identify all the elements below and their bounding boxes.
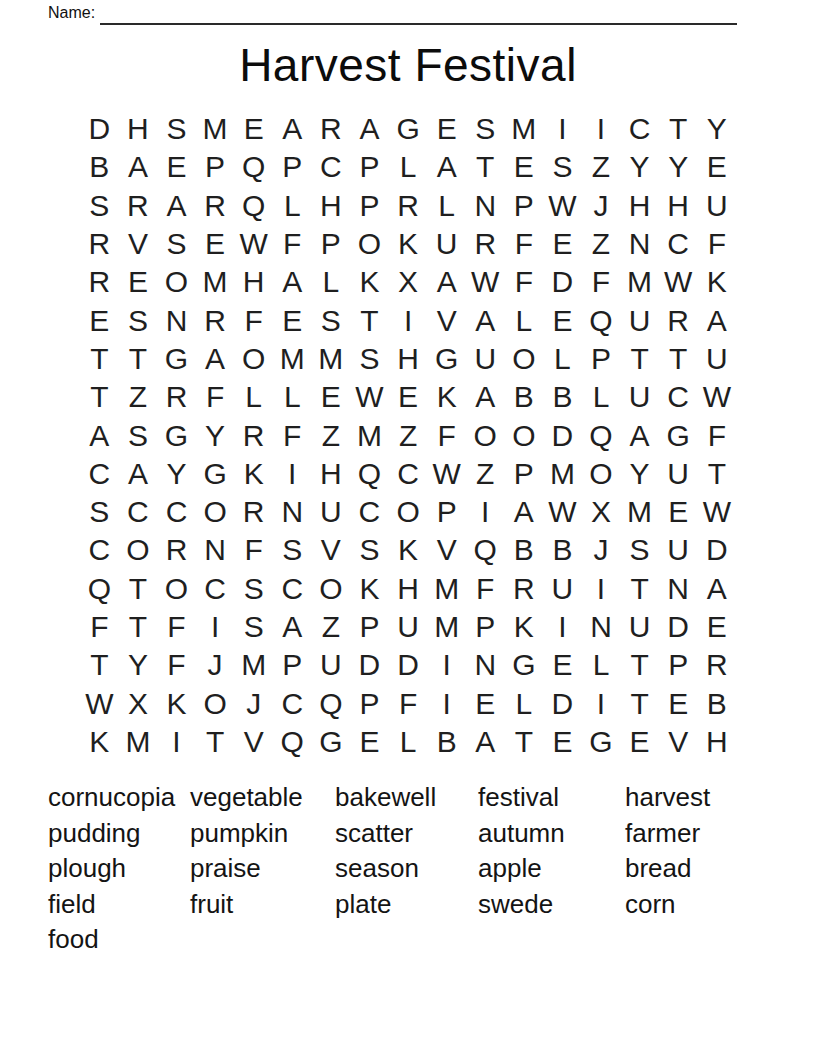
grid-cell-r14c2: T [119,608,158,646]
grid-cell-r7c16: T [659,340,698,378]
grid-cell-r9c9: Z [389,416,428,454]
grid-cell-r13c17: A [698,570,737,608]
grid-cell-r10c14: O [582,455,621,493]
grid-cell-r12c4: N [196,531,235,569]
grid-cell-r10c5: K [234,455,273,493]
grid-cell-r10c8: Q [350,455,389,493]
grid-cell-r2c5: Q [234,148,273,186]
grid-cell-r16c17: B [698,684,737,722]
grid-cell-r16c3: K [157,684,196,722]
grid-cell-r1c1: D [80,110,119,148]
grid-cell-r7c10: G [427,340,466,378]
grid-cell-r6c10: V [427,301,466,339]
word-list-item-festival: festival [478,780,565,816]
grid-cell-r12c14: J [582,531,621,569]
grid-cell-r14c5: S [234,608,273,646]
name-row: Name: [48,4,738,26]
grid-cell-r4c17: F [698,225,737,263]
grid-cell-r4c5: W [234,225,273,263]
grid-cell-r3c12: P [505,187,544,225]
word-list-column-4: festivalautumnappleswede [478,780,565,922]
grid-cell-r2c16: Y [659,148,698,186]
grid-cell-r4c9: K [389,225,428,263]
grid-cell-r11c17: W [698,493,737,531]
grid-cell-r1c5: E [234,110,273,148]
grid-cell-r5c17: K [698,263,737,301]
grid-cell-r14c4: I [196,608,235,646]
grid-cell-r7c13: L [543,340,582,378]
grid-cell-r6c9: I [389,301,428,339]
grid-cell-r16c16: E [659,684,698,722]
grid-cell-r12c13: B [543,531,582,569]
grid-cell-r17c5: V [234,723,273,761]
grid-cell-r6c5: F [234,301,273,339]
grid-cell-r17c7: G [312,723,351,761]
grid-cell-r12c2: O [119,531,158,569]
grid-cell-r8c4: F [196,378,235,416]
grid-cell-r2c13: S [543,148,582,186]
grid-cell-r9c15: A [620,416,659,454]
grid-cell-r10c9: C [389,455,428,493]
grid-cell-r15c7: U [312,646,351,684]
grid-cell-r17c13: E [543,723,582,761]
grid-cell-r10c15: Y [620,455,659,493]
grid-cell-r9c11: O [466,416,505,454]
grid-cell-r1c2: H [119,110,158,148]
grid-cell-r10c6: I [273,455,312,493]
grid-cell-r15c15: T [620,646,659,684]
grid-cell-r12c6: S [273,531,312,569]
grid-cell-r4c7: P [312,225,351,263]
word-list-item-bakewell: bakewell [335,780,436,816]
grid-cell-r4c12: F [505,225,544,263]
grid-cell-r6c4: R [196,301,235,339]
grid-cell-r9c2: S [119,416,158,454]
grid-cell-r13c4: C [196,570,235,608]
word-list-item-scatter: scatter [335,816,436,852]
word-list-item-vegetable: vegetable [190,780,303,816]
grid-cell-r11c13: W [543,493,582,531]
grid-cell-r6c7: S [312,301,351,339]
grid-cell-r2c14: Z [582,148,621,186]
grid-cell-r8c14: L [582,378,621,416]
word-list-item-swede: swede [478,887,565,923]
grid-cell-r11c8: C [350,493,389,531]
grid-cell-r14c1: F [80,608,119,646]
grid-cell-r16c14: I [582,684,621,722]
grid-cell-r15c1: T [80,646,119,684]
grid-cell-r5c9: X [389,263,428,301]
grid-cell-r3c11: N [466,187,505,225]
grid-cell-r4c15: N [620,225,659,263]
grid-cell-r5c2: E [119,263,158,301]
grid-cell-r15c4: J [196,646,235,684]
grid-cell-r7c6: M [273,340,312,378]
grid-cell-r2c9: L [389,148,428,186]
grid-cell-r15c11: N [466,646,505,684]
grid-cell-r7c3: G [157,340,196,378]
word-list-item-bread: bread [625,851,710,887]
grid-cell-r16c15: T [620,684,659,722]
grid-cell-r11c15: M [620,493,659,531]
grid-cell-r15c17: R [698,646,737,684]
grid-cell-r17c3: I [157,723,196,761]
grid-cell-r6c14: Q [582,301,621,339]
grid-cell-r2c15: Y [620,148,659,186]
grid-cell-r17c17: H [698,723,737,761]
grid-cell-r9c16: G [659,416,698,454]
grid-cell-r16c2: X [119,684,158,722]
grid-cell-r10c17: T [698,455,737,493]
grid-cell-r15c14: L [582,646,621,684]
grid-cell-r11c9: O [389,493,428,531]
grid-cell-r14c8: P [350,608,389,646]
grid-cell-r12c17: D [698,531,737,569]
grid-cell-r12c16: U [659,531,698,569]
grid-cell-r6c1: E [80,301,119,339]
grid-cell-r11c16: E [659,493,698,531]
grid-cell-r16c13: D [543,684,582,722]
grid-cell-r14c7: Z [312,608,351,646]
grid-cell-r17c6: Q [273,723,312,761]
grid-cell-r9c5: R [234,416,273,454]
grid-cell-r6c3: N [157,301,196,339]
word-list-item-pumpkin: pumpkin [190,816,303,852]
grid-cell-r1c9: G [389,110,428,148]
grid-cell-r6c11: A [466,301,505,339]
grid-cell-r1c15: C [620,110,659,148]
grid-cell-r10c11: Z [466,455,505,493]
grid-cell-r17c16: V [659,723,698,761]
grid-cell-r10c2: A [119,455,158,493]
grid-cell-r10c10: W [427,455,466,493]
grid-cell-r13c7: O [312,570,351,608]
grid-cell-r9c7: Z [312,416,351,454]
word-list-column-1: cornucopiapuddingploughfieldfood [48,780,175,958]
grid-cell-r12c11: Q [466,531,505,569]
grid-cell-r3c8: P [350,187,389,225]
grid-cell-r8c13: B [543,378,582,416]
grid-cell-r17c14: G [582,723,621,761]
grid-cell-r13c2: T [119,570,158,608]
grid-cell-r15c8: D [350,646,389,684]
grid-cell-r2c10: A [427,148,466,186]
grid-cell-r9c3: G [157,416,196,454]
grid-cell-r15c3: F [157,646,196,684]
grid-cell-r10c1: C [80,455,119,493]
grid-cell-r1c6: A [273,110,312,148]
grid-cell-r4c8: O [350,225,389,263]
grid-cell-r9c4: Y [196,416,235,454]
grid-cell-r5c7: L [312,263,351,301]
grid-cell-r3c6: L [273,187,312,225]
word-list: cornucopiapuddingploughfieldfoodvegetabl… [0,780,816,960]
grid-cell-r7c7: M [312,340,351,378]
grid-cell-r9c8: M [350,416,389,454]
word-list-item-autumn: autumn [478,816,565,852]
grid-cell-r4c14: Z [582,225,621,263]
grid-cell-r13c8: K [350,570,389,608]
grid-cell-r7c12: O [505,340,544,378]
grid-cell-r16c5: J [234,684,273,722]
grid-cell-r17c11: A [466,723,505,761]
grid-cell-r4c4: E [196,225,235,263]
grid-cell-r8c11: A [466,378,505,416]
grid-cell-r6c15: U [620,301,659,339]
grid-cell-r13c12: R [505,570,544,608]
grid-cell-r12c10: V [427,531,466,569]
grid-cell-r17c2: M [119,723,158,761]
grid-cell-r11c10: P [427,493,466,531]
grid-cell-r14c6: A [273,608,312,646]
word-list-item-corn: corn [625,887,710,923]
grid-cell-r12c9: K [389,531,428,569]
grid-cell-r13c11: F [466,570,505,608]
grid-cell-r5c6: A [273,263,312,301]
word-list-item-season: season [335,851,436,887]
grid-cell-r4c1: R [80,225,119,263]
grid-cell-r1c3: S [157,110,196,148]
grid-cell-r12c3: R [157,531,196,569]
grid-cell-r8c7: E [312,378,351,416]
grid-cell-r1c12: M [505,110,544,148]
grid-cell-r17c4: T [196,723,235,761]
word-list-item-pudding: pudding [48,816,175,852]
word-list-item-food: food [48,922,175,958]
grid-cell-r8c6: L [273,378,312,416]
grid-cell-r8c17: W [698,378,737,416]
word-list-column-3: bakewellscatterseasonplate [335,780,436,922]
grid-cell-r17c15: E [620,723,659,761]
grid-cell-r6c16: R [659,301,698,339]
grid-cell-r11c6: N [273,493,312,531]
grid-cell-r5c15: M [620,263,659,301]
grid-cell-r6c13: E [543,301,582,339]
grid-cell-r5c8: K [350,263,389,301]
grid-cell-r2c2: A [119,148,158,186]
grid-cell-r16c10: I [427,684,466,722]
grid-cell-r7c11: U [466,340,505,378]
grid-cell-r3c10: L [427,187,466,225]
grid-cell-r1c16: T [659,110,698,148]
grid-cell-r16c7: Q [312,684,351,722]
grid-cell-r5c13: D [543,263,582,301]
grid-cell-r2c12: E [505,148,544,186]
grid-cell-r15c9: D [389,646,428,684]
grid-cell-r15c16: P [659,646,698,684]
name-fill-in-line [100,23,737,25]
grid-cell-r2c7: C [312,148,351,186]
grid-cell-r5c16: W [659,263,698,301]
grid-cell-r9c10: F [427,416,466,454]
grid-cell-r15c5: M [234,646,273,684]
grid-cell-r8c15: U [620,378,659,416]
grid-cell-r9c13: D [543,416,582,454]
grid-cell-r7c15: T [620,340,659,378]
grid-cell-r4c6: F [273,225,312,263]
grid-cell-r11c3: C [157,493,196,531]
grid-cell-r2c8: P [350,148,389,186]
grid-cell-r7c9: H [389,340,428,378]
grid-cell-r7c2: T [119,340,158,378]
grid-cell-r5c4: M [196,263,235,301]
grid-cell-r6c8: T [350,301,389,339]
word-search-grid: DHSMEARAGESMIICTYBAEPQPCPLATESZYYESRARQL… [80,110,736,761]
grid-cell-r2c17: E [698,148,737,186]
grid-cell-r13c15: T [620,570,659,608]
grid-cell-r9c6: F [273,416,312,454]
grid-cell-r4c16: C [659,225,698,263]
grid-cell-r12c7: V [312,531,351,569]
grid-cell-r3c5: Q [234,187,273,225]
grid-cell-r17c1: K [80,723,119,761]
grid-cell-r10c13: M [543,455,582,493]
grid-cell-r2c11: T [466,148,505,186]
page-title: Harvest Festival [0,38,816,92]
grid-cell-r3c4: R [196,187,235,225]
grid-cell-r1c4: M [196,110,235,148]
grid-cell-r13c3: O [157,570,196,608]
grid-cell-r12c5: F [234,531,273,569]
grid-cell-r10c4: G [196,455,235,493]
word-list-column-2: vegetablepumpkinpraisefruit [190,780,303,922]
grid-cell-r3c7: H [312,187,351,225]
grid-cell-r13c13: U [543,570,582,608]
grid-cell-r8c5: L [234,378,273,416]
grid-cell-r2c6: P [273,148,312,186]
grid-cell-r13c9: H [389,570,428,608]
grid-cell-r3c16: H [659,187,698,225]
grid-cell-r8c3: R [157,378,196,416]
grid-cell-r10c7: H [312,455,351,493]
grid-cell-r5c5: H [234,263,273,301]
grid-cell-r4c3: S [157,225,196,263]
grid-cell-r14c10: M [427,608,466,646]
word-list-item-apple: apple [478,851,565,887]
grid-cell-r14c16: D [659,608,698,646]
grid-cell-r6c6: E [273,301,312,339]
grid-cell-r11c7: U [312,493,351,531]
grid-cell-r1c11: S [466,110,505,148]
grid-cell-r8c9: E [389,378,428,416]
grid-cell-r7c8: S [350,340,389,378]
grid-cell-r13c6: C [273,570,312,608]
grid-cell-r9c17: F [698,416,737,454]
grid-cell-r17c12: T [505,723,544,761]
grid-cell-r11c11: I [466,493,505,531]
grid-cell-r9c14: Q [582,416,621,454]
grid-cell-r1c7: R [312,110,351,148]
grid-cell-r12c1: C [80,531,119,569]
word-list-item-fruit: fruit [190,887,303,923]
grid-cell-r15c6: P [273,646,312,684]
grid-cell-r15c10: I [427,646,466,684]
grid-cell-r7c5: O [234,340,273,378]
grid-cell-r14c11: P [466,608,505,646]
grid-cell-r7c4: A [196,340,235,378]
grid-cell-r12c12: B [505,531,544,569]
grid-cell-r11c12: A [505,493,544,531]
grid-cell-r1c8: A [350,110,389,148]
grid-cell-r14c13: I [543,608,582,646]
grid-cell-r10c16: U [659,455,698,493]
grid-cell-r16c1: W [80,684,119,722]
grid-cell-r17c8: E [350,723,389,761]
grid-cell-r2c4: P [196,148,235,186]
grid-cell-r9c1: A [80,416,119,454]
grid-cell-r9c12: O [505,416,544,454]
grid-cell-r4c10: U [427,225,466,263]
grid-cell-r2c3: E [157,148,196,186]
grid-cell-r5c11: W [466,263,505,301]
grid-cell-r16c6: C [273,684,312,722]
grid-cell-r16c8: P [350,684,389,722]
grid-cell-r4c11: R [466,225,505,263]
grid-cell-r16c12: L [505,684,544,722]
grid-cell-r14c3: F [157,608,196,646]
grid-cell-r11c5: R [234,493,273,531]
word-list-item-harvest: harvest [625,780,710,816]
word-list-item-praise: praise [190,851,303,887]
grid-cell-r5c10: A [427,263,466,301]
grid-cell-r8c10: K [427,378,466,416]
name-label: Name: [48,4,95,22]
grid-cell-r5c14: F [582,263,621,301]
grid-cell-r17c9: L [389,723,428,761]
grid-cell-r7c1: T [80,340,119,378]
grid-cell-r1c10: E [427,110,466,148]
grid-cell-r8c2: Z [119,378,158,416]
grid-cell-r3c2: R [119,187,158,225]
word-list-item-cornucopia: cornucopia [48,780,175,816]
grid-cell-r4c13: E [543,225,582,263]
grid-cell-r17c10: B [427,723,466,761]
grid-cell-r11c2: C [119,493,158,531]
grid-cell-r14c14: N [582,608,621,646]
grid-cell-r13c16: N [659,570,698,608]
grid-cell-r7c17: U [698,340,737,378]
grid-cell-r6c12: L [505,301,544,339]
word-list-item-field: field [48,887,175,923]
grid-cell-r14c12: K [505,608,544,646]
grid-cell-r12c8: S [350,531,389,569]
grid-cell-r1c13: I [543,110,582,148]
grid-cell-r5c12: F [505,263,544,301]
grid-cell-r15c12: G [505,646,544,684]
word-list-column-5: harvestfarmerbreadcorn [625,780,710,922]
grid-cell-r6c17: A [698,301,737,339]
grid-cell-r8c1: T [80,378,119,416]
grid-cell-r12c15: S [620,531,659,569]
grid-cell-r4c2: V [119,225,158,263]
grid-cell-r10c12: P [505,455,544,493]
grid-cell-r16c4: O [196,684,235,722]
grid-cell-r7c14: P [582,340,621,378]
grid-cell-r16c9: F [389,684,428,722]
grid-cell-r10c3: Y [157,455,196,493]
grid-cell-r3c14: J [582,187,621,225]
grid-cell-r5c1: R [80,263,119,301]
grid-cell-r6c2: S [119,301,158,339]
word-list-item-plate: plate [335,887,436,923]
grid-cell-r8c12: B [505,378,544,416]
word-list-item-plough: plough [48,851,175,887]
grid-cell-r16c11: E [466,684,505,722]
grid-cell-r11c14: X [582,493,621,531]
grid-cell-r8c16: C [659,378,698,416]
grid-cell-r13c1: Q [80,570,119,608]
grid-cell-r15c13: E [543,646,582,684]
